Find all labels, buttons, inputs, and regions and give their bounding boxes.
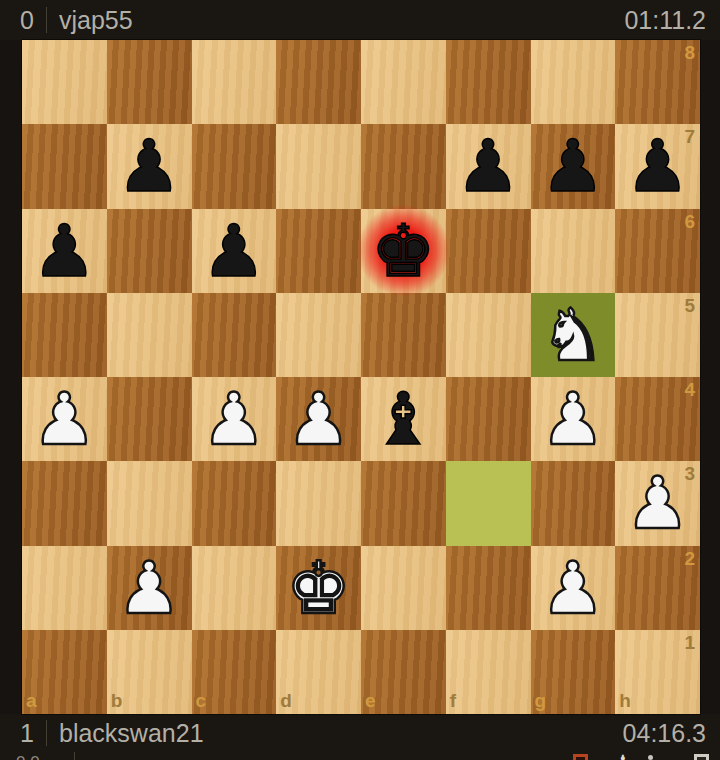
square-f5[interactable]: [446, 293, 531, 377]
square-c2[interactable]: [192, 546, 277, 630]
square-e3[interactable]: [361, 461, 446, 545]
black-bishop-e4[interactable]: ♝: [361, 377, 446, 461]
square-h5[interactable]: 5: [615, 293, 700, 377]
rank-label-2: 2: [684, 548, 695, 570]
square-d5[interactable]: [276, 293, 361, 377]
black-pawn-b7[interactable]: ♟: [107, 124, 192, 208]
square-h1[interactable]: 1h: [615, 630, 700, 714]
square-a8[interactable]: [22, 40, 107, 124]
square-f3[interactable]: [446, 461, 531, 545]
top-player-clock: 01:11.2: [624, 6, 720, 35]
square-h2[interactable]: 2: [615, 546, 700, 630]
square-e5[interactable]: [361, 293, 446, 377]
light-square-icon[interactable]: [694, 754, 709, 760]
square-e4[interactable]: ♝: [361, 377, 446, 461]
file-label-b: b: [111, 690, 123, 712]
rank-label-3: 3: [684, 463, 695, 485]
rank-label-1: 1: [684, 632, 695, 654]
square-b2[interactable]: ♟: [107, 546, 192, 630]
square-g1[interactable]: g: [531, 630, 616, 714]
square-h4[interactable]: 4: [615, 377, 700, 461]
white-pawn-g4[interactable]: ♟: [531, 377, 616, 461]
white-knight-g5[interactable]: ♞: [531, 293, 616, 377]
top-player-bar: 0 vjap55 01:11.2: [0, 0, 720, 40]
square-b4[interactable]: [107, 377, 192, 461]
square-g8[interactable]: [531, 40, 616, 124]
square-d8[interactable]: [276, 40, 361, 124]
square-e8[interactable]: [361, 40, 446, 124]
rank-label-6: 6: [684, 211, 695, 233]
square-b1[interactable]: b: [107, 630, 192, 714]
square-c3[interactable]: [192, 461, 277, 545]
square-d3[interactable]: [276, 461, 361, 545]
square-f4[interactable]: [446, 377, 531, 461]
square-f7[interactable]: ♟: [446, 124, 531, 208]
square-d7[interactable]: [276, 124, 361, 208]
white-pawn-c4[interactable]: ♟: [192, 377, 277, 461]
square-c4[interactable]: ♟: [192, 377, 277, 461]
rank-label-8: 8: [684, 42, 695, 64]
clipped-bottom-row: 0.0 ♟: [0, 752, 720, 760]
black-pawn-a6[interactable]: ♟: [22, 209, 107, 293]
square-b8[interactable]: [107, 40, 192, 124]
square-h3[interactable]: ♟3: [615, 461, 700, 545]
square-f6[interactable]: [446, 209, 531, 293]
square-e6[interactable]: ♚: [361, 209, 446, 293]
square-g2[interactable]: ♟: [531, 546, 616, 630]
square-h8[interactable]: 8: [615, 40, 700, 124]
rank-label-4: 4: [684, 379, 695, 401]
square-b6[interactable]: [107, 209, 192, 293]
black-king-e6[interactable]: ♚: [361, 209, 446, 293]
bottom-player-clock: 04:16.3: [623, 719, 720, 748]
square-d1[interactable]: d: [276, 630, 361, 714]
white-pawn-d4[interactable]: ♟: [276, 377, 361, 461]
bottom-player-name: blackswan21: [59, 719, 623, 748]
chess-app: 0 vjap55 01:11.2 8♟♟♟♟7♟♟♚6♞5♟♟♟♝♟4♟3♟♚♟…: [0, 0, 720, 760]
mini-pawn-icon[interactable]: ♟: [617, 752, 629, 760]
black-pawn-c6[interactable]: ♟: [192, 209, 277, 293]
square-e1[interactable]: e: [361, 630, 446, 714]
square-g3[interactable]: [531, 461, 616, 545]
top-player-name: vjap55: [59, 6, 624, 35]
square-a6[interactable]: ♟: [22, 209, 107, 293]
white-pawn-a4[interactable]: ♟: [22, 377, 107, 461]
file-label-d: d: [280, 690, 292, 712]
square-g5[interactable]: ♞: [531, 293, 616, 377]
chess-board[interactable]: 8♟♟♟♟7♟♟♚6♞5♟♟♟♝♟4♟3♟♚♟2abcdefg1h: [22, 40, 700, 714]
bottom-player-number: 1: [0, 719, 34, 748]
square-c6[interactable]: ♟: [192, 209, 277, 293]
square-a5[interactable]: [22, 293, 107, 377]
square-b7[interactable]: ♟: [107, 124, 192, 208]
clipped-separator: [74, 752, 75, 760]
square-a4[interactable]: ♟: [22, 377, 107, 461]
square-f1[interactable]: f: [446, 630, 531, 714]
top-bar-separator: [46, 7, 47, 33]
square-b3[interactable]: [107, 461, 192, 545]
square-a3[interactable]: [22, 461, 107, 545]
file-label-g: g: [535, 690, 547, 712]
square-h6[interactable]: 6: [615, 209, 700, 293]
square-g4[interactable]: ♟: [531, 377, 616, 461]
square-c8[interactable]: [192, 40, 277, 124]
file-label-f: f: [450, 690, 456, 712]
top-player-number: 0: [0, 6, 34, 35]
square-a7[interactable]: [22, 124, 107, 208]
square-f8[interactable]: [446, 40, 531, 124]
board-frame: 8♟♟♟♟7♟♟♚6♞5♟♟♟♝♟4♟3♟♚♟2abcdefg1h: [0, 40, 720, 714]
red-square-icon[interactable]: [573, 754, 588, 760]
square-e7[interactable]: [361, 124, 446, 208]
file-label-c: c: [196, 690, 207, 712]
square-g6[interactable]: [531, 209, 616, 293]
square-d2[interactable]: ♚: [276, 546, 361, 630]
clipped-partial-text: 0.0: [16, 753, 40, 760]
file-label-e: e: [365, 690, 376, 712]
square-c1[interactable]: c: [192, 630, 277, 714]
white-king-d2[interactable]: ♚: [276, 546, 361, 630]
square-a1[interactable]: a: [22, 630, 107, 714]
black-pawn-f7[interactable]: ♟: [446, 124, 531, 208]
square-h7[interactable]: ♟7: [615, 124, 700, 208]
file-label-a: a: [26, 690, 37, 712]
square-d4[interactable]: ♟: [276, 377, 361, 461]
square-b5[interactable]: [107, 293, 192, 377]
square-e2[interactable]: [361, 546, 446, 630]
bottom-bar-separator: [46, 720, 47, 746]
square-c5[interactable]: [192, 293, 277, 377]
bottom-player-bar: 1 blackswan21 04:16.3: [0, 714, 720, 752]
black-pawn-g7[interactable]: ♟: [531, 124, 616, 208]
file-label-h: h: [619, 690, 631, 712]
white-pawn-b2[interactable]: ♟: [107, 546, 192, 630]
square-a2[interactable]: [22, 546, 107, 630]
square-d6[interactable]: [276, 209, 361, 293]
square-c7[interactable]: [192, 124, 277, 208]
dot-icon[interactable]: [648, 755, 653, 760]
square-f2[interactable]: [446, 546, 531, 630]
rank-label-7: 7: [684, 126, 695, 148]
white-pawn-g2[interactable]: ♟: [531, 546, 616, 630]
rank-label-5: 5: [684, 295, 695, 317]
square-g7[interactable]: ♟: [531, 124, 616, 208]
